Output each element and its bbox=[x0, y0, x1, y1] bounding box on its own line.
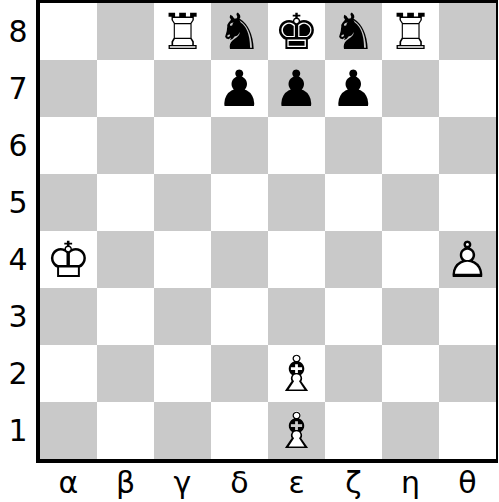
square-α6[interactable] bbox=[40, 117, 97, 174]
square-γ3[interactable] bbox=[154, 288, 211, 345]
white-rook-fill-icon: ♜ bbox=[154, 3, 211, 60]
square-α4[interactable]: ♚♔ bbox=[40, 231, 97, 288]
square-β4[interactable] bbox=[97, 231, 154, 288]
square-α1[interactable] bbox=[40, 402, 97, 459]
file-label-β: β bbox=[97, 463, 154, 502]
square-β1[interactable] bbox=[97, 402, 154, 459]
square-ζ8[interactable]: ♞ bbox=[325, 3, 382, 60]
black-king-icon: ♚ bbox=[268, 3, 325, 60]
piece-white-rook[interactable]: ♜♖ bbox=[154, 3, 211, 60]
square-θ7[interactable] bbox=[439, 60, 496, 117]
file-labels-row: αβγδεζηθ bbox=[40, 463, 496, 502]
white-bishop-icon: ♗ bbox=[268, 402, 325, 459]
rank-label-8: 8 bbox=[0, 3, 36, 60]
black-pawn-icon: ♟ bbox=[268, 60, 325, 117]
square-ε7[interactable]: ♟ bbox=[268, 60, 325, 117]
square-θ4[interactable]: ♟♙ bbox=[439, 231, 496, 288]
rank-label-7: 7 bbox=[0, 60, 36, 117]
square-ε4[interactable] bbox=[268, 231, 325, 288]
square-γ7[interactable] bbox=[154, 60, 211, 117]
square-θ3[interactable] bbox=[439, 288, 496, 345]
black-pawn-icon: ♟ bbox=[325, 60, 382, 117]
square-ζ7[interactable]: ♟ bbox=[325, 60, 382, 117]
square-β5[interactable] bbox=[97, 174, 154, 231]
square-ζ5[interactable] bbox=[325, 174, 382, 231]
rank-label-1: 1 bbox=[0, 402, 36, 459]
square-γ8[interactable]: ♜♖ bbox=[154, 3, 211, 60]
file-label-γ: γ bbox=[154, 463, 211, 502]
square-α8[interactable] bbox=[40, 3, 97, 60]
rank-label-5: 5 bbox=[0, 174, 36, 231]
white-rook-icon: ♖ bbox=[382, 3, 439, 60]
square-η5[interactable] bbox=[382, 174, 439, 231]
square-δ7[interactable]: ♟ bbox=[211, 60, 268, 117]
piece-black-pawn[interactable]: ♟ bbox=[268, 60, 325, 117]
square-γ4[interactable] bbox=[154, 231, 211, 288]
piece-white-rook[interactable]: ♜♖ bbox=[382, 3, 439, 60]
square-δ8[interactable]: ♞ bbox=[211, 3, 268, 60]
file-label-ζ: ζ bbox=[325, 463, 382, 502]
black-pawn-icon: ♟ bbox=[211, 60, 268, 117]
white-pawn-icon: ♙ bbox=[439, 231, 496, 288]
white-rook-fill-icon: ♜ bbox=[382, 3, 439, 60]
white-bishop-icon: ♗ bbox=[268, 345, 325, 402]
rank-label-6: 6 bbox=[0, 117, 36, 174]
rank-labels-column: 87654321 bbox=[0, 3, 36, 459]
chess-board: ♜♖♞♚♞♜♖♟♟♟♚♔♟♙♝♗♝♗ bbox=[36, 0, 498, 463]
square-θ8[interactable] bbox=[439, 3, 496, 60]
square-ε6[interactable] bbox=[268, 117, 325, 174]
square-ε8[interactable]: ♚ bbox=[268, 3, 325, 60]
white-king-icon: ♔ bbox=[40, 231, 97, 288]
square-ζ6[interactable] bbox=[325, 117, 382, 174]
square-ε3[interactable] bbox=[268, 288, 325, 345]
square-ζ3[interactable] bbox=[325, 288, 382, 345]
square-α5[interactable] bbox=[40, 174, 97, 231]
square-γ6[interactable] bbox=[154, 117, 211, 174]
white-rook-icon: ♖ bbox=[154, 3, 211, 60]
square-ε5[interactable] bbox=[268, 174, 325, 231]
white-king-fill-icon: ♚ bbox=[40, 231, 97, 288]
square-η8[interactable]: ♜♖ bbox=[382, 3, 439, 60]
square-δ4[interactable] bbox=[211, 231, 268, 288]
square-η7[interactable] bbox=[382, 60, 439, 117]
square-δ2[interactable] bbox=[211, 345, 268, 402]
rank-label-4: 4 bbox=[0, 231, 36, 288]
square-θ2[interactable] bbox=[439, 345, 496, 402]
square-ζ1[interactable] bbox=[325, 402, 382, 459]
white-bishop-fill-icon: ♝ bbox=[268, 345, 325, 402]
square-γ2[interactable] bbox=[154, 345, 211, 402]
piece-black-pawn[interactable]: ♟ bbox=[325, 60, 382, 117]
square-β2[interactable] bbox=[97, 345, 154, 402]
square-θ1[interactable] bbox=[439, 402, 496, 459]
white-pawn-fill-icon: ♟ bbox=[439, 231, 496, 288]
square-α3[interactable] bbox=[40, 288, 97, 345]
piece-black-pawn[interactable]: ♟ bbox=[211, 60, 268, 117]
piece-white-king[interactable]: ♚♔ bbox=[40, 231, 97, 288]
piece-white-bishop[interactable]: ♝♗ bbox=[268, 345, 325, 402]
square-η4[interactable] bbox=[382, 231, 439, 288]
rank-label-3: 3 bbox=[0, 288, 36, 345]
square-ζ2[interactable] bbox=[325, 345, 382, 402]
square-δ3[interactable] bbox=[211, 288, 268, 345]
square-ε1[interactable]: ♝♗ bbox=[268, 402, 325, 459]
piece-white-pawn[interactable]: ♟♙ bbox=[439, 231, 496, 288]
square-α7[interactable] bbox=[40, 60, 97, 117]
square-δ5[interactable] bbox=[211, 174, 268, 231]
black-knight-icon: ♞ bbox=[325, 3, 382, 60]
file-label-δ: δ bbox=[211, 463, 268, 502]
square-θ6[interactable] bbox=[439, 117, 496, 174]
square-β8[interactable] bbox=[97, 3, 154, 60]
square-η3[interactable] bbox=[382, 288, 439, 345]
square-η1[interactable] bbox=[382, 402, 439, 459]
piece-black-knight[interactable]: ♞ bbox=[211, 3, 268, 60]
square-ζ4[interactable] bbox=[325, 231, 382, 288]
square-β3[interactable] bbox=[97, 288, 154, 345]
square-η6[interactable] bbox=[382, 117, 439, 174]
piece-black-knight[interactable]: ♞ bbox=[325, 3, 382, 60]
black-knight-icon: ♞ bbox=[211, 3, 268, 60]
square-δ1[interactable] bbox=[211, 402, 268, 459]
square-γ1[interactable] bbox=[154, 402, 211, 459]
chess-diagram: 87654321 ♜♖♞♚♞♜♖♟♟♟♚♔♟♙♝♗♝♗ αβγδεζηθ bbox=[0, 0, 499, 502]
square-γ5[interactable] bbox=[154, 174, 211, 231]
rank-label-2: 2 bbox=[0, 345, 36, 402]
square-α2[interactable] bbox=[40, 345, 97, 402]
piece-white-bishop[interactable]: ♝♗ bbox=[268, 402, 325, 459]
file-label-ε: ε bbox=[268, 463, 325, 502]
square-δ6[interactable] bbox=[211, 117, 268, 174]
file-label-α: α bbox=[40, 463, 97, 502]
square-θ5[interactable] bbox=[439, 174, 496, 231]
square-η2[interactable] bbox=[382, 345, 439, 402]
piece-black-king[interactable]: ♚ bbox=[268, 3, 325, 60]
square-β7[interactable] bbox=[97, 60, 154, 117]
file-label-θ: θ bbox=[439, 463, 496, 502]
square-β6[interactable] bbox=[97, 117, 154, 174]
white-bishop-fill-icon: ♝ bbox=[268, 402, 325, 459]
file-label-η: η bbox=[382, 463, 439, 502]
square-ε2[interactable]: ♝♗ bbox=[268, 345, 325, 402]
